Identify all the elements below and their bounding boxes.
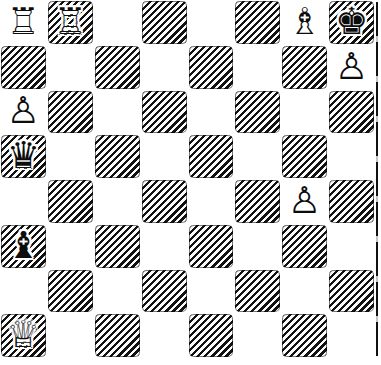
white-queen[interactable]: ♕ — [7, 316, 40, 353]
square-e2[interactable] — [188, 269, 235, 314]
square-f6[interactable] — [234, 90, 281, 135]
square-f4[interactable] — [234, 179, 281, 224]
square-f8[interactable] — [234, 0, 281, 45]
square-c8[interactable] — [94, 0, 141, 45]
square-g7[interactable] — [281, 45, 328, 90]
square-d3[interactable] — [141, 224, 188, 269]
square-g2[interactable] — [281, 269, 328, 314]
white-bishop[interactable]: ♗ — [288, 3, 321, 40]
square-e6[interactable] — [188, 90, 235, 135]
square-d8[interactable] — [141, 0, 188, 45]
black-bishop[interactable]: ♝ — [7, 227, 40, 264]
square-a4[interactable] — [0, 179, 47, 224]
square-g6[interactable] — [281, 90, 328, 135]
square-h5[interactable] — [328, 134, 375, 179]
square-h6[interactable] — [328, 90, 375, 135]
square-h8[interactable]: ♚ — [328, 0, 375, 45]
square-e4[interactable] — [188, 179, 235, 224]
square-c2[interactable] — [94, 269, 141, 314]
square-g4[interactable]: ♙ — [281, 179, 328, 224]
square-f7[interactable] — [234, 45, 281, 90]
square-e3[interactable] — [188, 224, 235, 269]
square-g5[interactable] — [281, 134, 328, 179]
white-pawn[interactable]: ♙ — [335, 48, 368, 85]
chess-diagram-page: ♖♖♗♚♙♙♛♙♝♕ — [0, 0, 381, 365]
square-c5[interactable] — [94, 134, 141, 179]
square-h4[interactable] — [328, 179, 375, 224]
square-b1[interactable] — [47, 313, 94, 358]
square-a7[interactable] — [0, 45, 47, 90]
square-a3[interactable]: ♝ — [0, 224, 47, 269]
square-f1[interactable] — [234, 313, 281, 358]
square-b5[interactable] — [47, 134, 94, 179]
square-d7[interactable] — [141, 45, 188, 90]
square-b8[interactable]: ♖ — [47, 0, 94, 45]
square-e1[interactable] — [188, 313, 235, 358]
square-f5[interactable] — [234, 134, 281, 179]
square-f2[interactable] — [234, 269, 281, 314]
square-h1[interactable] — [328, 313, 375, 358]
square-h3[interactable] — [328, 224, 375, 269]
white-rook[interactable]: ♖ — [7, 3, 40, 40]
square-e8[interactable] — [188, 0, 235, 45]
square-d5[interactable] — [141, 134, 188, 179]
square-b2[interactable] — [47, 269, 94, 314]
square-c1[interactable] — [94, 313, 141, 358]
square-b4[interactable] — [47, 179, 94, 224]
square-g3[interactable] — [281, 224, 328, 269]
square-c4[interactable] — [94, 179, 141, 224]
chess-board: ♖♖♗♚♙♙♛♙♝♕ — [0, 0, 375, 358]
square-e7[interactable] — [188, 45, 235, 90]
square-e5[interactable] — [188, 134, 235, 179]
square-g1[interactable] — [281, 313, 328, 358]
square-c6[interactable] — [94, 90, 141, 135]
square-b6[interactable] — [47, 90, 94, 135]
square-g8[interactable]: ♗ — [281, 0, 328, 45]
square-a6[interactable]: ♙ — [0, 90, 47, 135]
black-queen[interactable]: ♛ — [7, 137, 40, 174]
square-d6[interactable] — [141, 90, 188, 135]
square-h7[interactable]: ♙ — [328, 45, 375, 90]
square-a2[interactable] — [0, 269, 47, 314]
square-d1[interactable] — [141, 313, 188, 358]
square-a5[interactable]: ♛ — [0, 134, 47, 179]
square-d2[interactable] — [141, 269, 188, 314]
square-c3[interactable] — [94, 224, 141, 269]
square-f3[interactable] — [234, 224, 281, 269]
square-d4[interactable] — [141, 179, 188, 224]
black-king[interactable]: ♚ — [335, 3, 368, 40]
square-a1[interactable]: ♕ — [0, 313, 47, 358]
square-b7[interactable] — [47, 45, 94, 90]
square-a8[interactable]: ♖ — [0, 0, 47, 45]
square-c7[interactable] — [94, 45, 141, 90]
square-h2[interactable] — [328, 269, 375, 314]
diagram-right-border-line — [376, 2, 378, 356]
white-pawn[interactable]: ♙ — [7, 92, 40, 129]
white-rook[interactable]: ♖ — [54, 3, 87, 40]
white-pawn[interactable]: ♙ — [288, 182, 321, 219]
square-b3[interactable] — [47, 224, 94, 269]
